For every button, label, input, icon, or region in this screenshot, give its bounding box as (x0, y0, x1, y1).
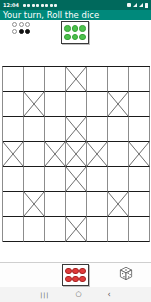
board-cell-r7c6[interactable] (108, 217, 129, 242)
android-nav-bar: ||| ○ ‹ (0, 287, 151, 302)
board-cell-r2c6[interactable] (108, 92, 129, 117)
white-piece (12, 22, 17, 27)
die-pip (64, 34, 71, 41)
safe-square-x-mark (129, 142, 149, 166)
board-cell-r3c1[interactable] (3, 117, 24, 142)
wifi-icon (133, 3, 137, 7)
signal-icon (139, 3, 143, 7)
notification-icon (41, 4, 44, 7)
die-pip (72, 25, 79, 32)
board-cell-r7c2[interactable] (24, 217, 45, 242)
status-bar: 12:04 (0, 0, 151, 10)
white-piece (19, 22, 24, 27)
die-pip (72, 34, 79, 41)
safe-square-x-mark (108, 192, 128, 216)
board-cell-r3c2[interactable] (24, 117, 45, 142)
board-cell-r4c5[interactable] (87, 142, 108, 167)
board-cell-r2c2[interactable] (24, 92, 45, 117)
board-cell-r2c4[interactable] (66, 92, 87, 117)
board-cell-r6c7[interactable] (129, 192, 150, 217)
board-cell-r6c5[interactable] (87, 192, 108, 217)
safe-square-x-mark (24, 192, 44, 216)
back-button[interactable]: ‹ (107, 287, 110, 302)
board-cell-r2c7[interactable] (129, 92, 150, 117)
die-pip (79, 25, 86, 32)
board-cell-r2c3[interactable] (45, 92, 66, 117)
board-cell-r1c4[interactable] (66, 67, 87, 92)
board-cell-r4c3[interactable] (45, 142, 66, 167)
piece-tray (12, 22, 32, 35)
safe-square-x-mark (3, 142, 23, 166)
board-cell-r3c6[interactable] (108, 117, 129, 142)
safe-square-x-mark (66, 217, 86, 241)
die-pip (65, 276, 72, 283)
app-screen: 12:04 Your turn, Roll the dice (0, 0, 151, 302)
die-pip (72, 276, 79, 283)
battery-icon (145, 3, 148, 8)
notification-icon (45, 4, 48, 7)
safe-square-x-mark (45, 142, 65, 166)
clock: 12:04 (3, 0, 19, 10)
board-cell-r1c2[interactable] (24, 67, 45, 92)
board-cell-r2c1[interactable] (3, 92, 24, 117)
board-cell-r4c2[interactable] (24, 142, 45, 167)
black-piece (19, 29, 24, 34)
system-icons (127, 3, 148, 8)
board-cell-r1c1[interactable] (3, 67, 24, 92)
board-cell-r6c4[interactable] (66, 192, 87, 217)
board-cell-r6c3[interactable] (45, 192, 66, 217)
board-cell-r4c4[interactable] (66, 142, 87, 167)
board-cell-r5c3[interactable] (45, 167, 66, 192)
board-cell-r5c1[interactable] (3, 167, 24, 192)
3d-dice-icon[interactable] (117, 265, 135, 283)
board-cell-r3c7[interactable] (129, 117, 150, 142)
notification-icons (23, 4, 125, 7)
roll-dice-button[interactable] (61, 21, 89, 44)
notification-icon (23, 4, 26, 7)
board-cell-r3c4[interactable] (66, 117, 87, 142)
board-cell-r1c7[interactable] (129, 67, 150, 92)
board-cell-r7c7[interactable] (129, 217, 150, 242)
board-cell-r6c6[interactable] (108, 192, 129, 217)
notification-icon (50, 4, 53, 7)
board-cell-r1c5[interactable] (87, 67, 108, 92)
volume-icon (127, 3, 131, 7)
board-cell-r4c1[interactable] (3, 142, 24, 167)
safe-square-x-mark (66, 142, 86, 166)
white-piece (25, 22, 30, 27)
safe-square-x-mark (66, 117, 86, 141)
safe-square-x-mark (87, 142, 107, 166)
safe-square-x-mark (24, 92, 44, 116)
notification-icon (36, 4, 39, 7)
notification-icon (27, 4, 30, 7)
recents-button[interactable]: ||| (40, 287, 49, 302)
board-cell-r5c2[interactable] (24, 167, 45, 192)
safe-square-x-mark (66, 67, 86, 91)
board-cell-r7c1[interactable] (3, 217, 24, 242)
black-piece (25, 29, 30, 34)
die-pip (72, 268, 79, 275)
die-pip (64, 25, 71, 32)
board-cell-r7c5[interactable] (87, 217, 108, 242)
game-board (2, 66, 150, 242)
safe-square-x-mark (66, 167, 86, 191)
board-cell-r6c2[interactable] (24, 192, 45, 217)
board-cell-r5c6[interactable] (108, 167, 129, 192)
board-cell-r5c5[interactable] (87, 167, 108, 192)
safe-square-x-mark (108, 92, 128, 116)
turn-status-text: Your turn, Roll the dice (3, 10, 99, 20)
die-pip (79, 34, 86, 41)
board-cell-r4c6[interactable] (108, 142, 129, 167)
app-bar: Your turn, Roll the dice (0, 10, 151, 20)
white-piece (12, 29, 17, 34)
board-cell-r3c5[interactable] (87, 117, 108, 142)
board-cell-r7c4[interactable] (66, 217, 87, 242)
die-pip (79, 268, 86, 275)
board-cell-r5c4[interactable] (66, 167, 87, 192)
board-cell-r1c6[interactable] (108, 67, 129, 92)
notification-icon (32, 4, 35, 7)
board-cell-r1c3[interactable] (45, 67, 66, 92)
notification-icon (54, 4, 57, 7)
home-button[interactable]: ○ (75, 287, 81, 302)
board-cell-r7c3[interactable] (45, 217, 66, 242)
board-cell-r2c5[interactable] (87, 92, 108, 117)
board-cell-r3c3[interactable] (45, 117, 66, 142)
die-pip (79, 276, 86, 283)
board-cell-r4c7[interactable] (129, 142, 150, 167)
board-cell-r6c1[interactable] (3, 192, 24, 217)
board-cell-r5c7[interactable] (129, 167, 150, 192)
die-pip (65, 268, 72, 275)
red-die-result[interactable] (62, 264, 89, 286)
